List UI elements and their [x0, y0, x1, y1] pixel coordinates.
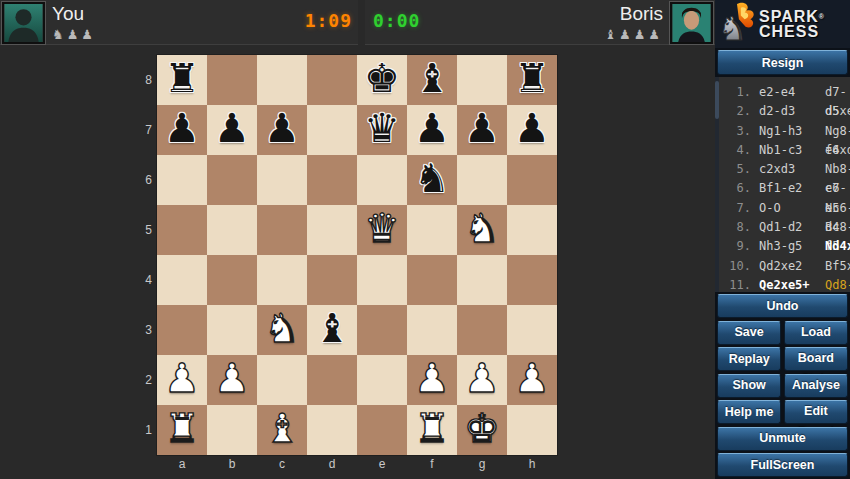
- square-b4[interactable]: [207, 255, 257, 305]
- file-label-d: d: [307, 455, 357, 475]
- square-g8[interactable]: [457, 55, 507, 105]
- show-coach-button[interactable]: Show Coach: [717, 374, 781, 398]
- square-e3[interactable]: [357, 305, 407, 355]
- move-list: 1.e2-e4d7-d52.d2-d3d5xe43.Ng1-h3Ng8-f64.…: [715, 77, 850, 292]
- white-clock: 1:09: [305, 10, 352, 31]
- piece-wK-g1: ♚: [457, 405, 507, 455]
- undo-button[interactable]: Undo: [717, 294, 848, 318]
- piece-wP-g2: ♟: [457, 355, 507, 405]
- square-a6[interactable]: [157, 155, 207, 205]
- piece-bR-a8: ♜: [157, 55, 207, 105]
- piece-wB-c1: ♝: [257, 405, 307, 455]
- black-move: e7-e5: [825, 179, 847, 198]
- black-move: e4xd3: [825, 141, 850, 160]
- square-c1[interactable]: ♝: [257, 405, 307, 455]
- square-d5[interactable]: [307, 205, 357, 255]
- square-f1[interactable]: ♜: [407, 405, 457, 455]
- move-number: 7.: [725, 199, 751, 218]
- black-captured-pieces: ♝♟♟♟: [604, 27, 663, 42]
- piece-wP-b2: ♟: [207, 355, 257, 405]
- square-b5[interactable]: [207, 205, 257, 255]
- square-g6[interactable]: [457, 155, 507, 205]
- file-label-b: b: [207, 455, 257, 475]
- black-move: Nb8-c6: [825, 160, 850, 179]
- white-move: O-O: [759, 199, 825, 218]
- square-c4[interactable]: [257, 255, 307, 305]
- avatar: [2, 2, 45, 44]
- white-player-name: You: [52, 3, 84, 25]
- file-labels: abcdefgh: [157, 455, 557, 475]
- square-a8[interactable]: ♜: [157, 55, 207, 105]
- replay-button[interactable]: Replay: [717, 347, 781, 371]
- rank-label-2: 2: [128, 355, 152, 405]
- white-move: Qd2xe2: [759, 257, 825, 276]
- boris-portrait-icon: [672, 4, 711, 42]
- square-g2[interactable]: ♟: [457, 355, 507, 405]
- move-number: 5.: [725, 160, 751, 179]
- move-row-10: 10.Qd2xe2Bf5xd3: [725, 257, 846, 276]
- white-move: Ng1-h3: [759, 122, 825, 141]
- move-number: 10.: [725, 257, 751, 276]
- black-move: Nd4xe2+: [825, 237, 850, 256]
- move-list-scrollbar[interactable]: [715, 77, 719, 292]
- square-e8[interactable]: ♚: [357, 55, 407, 105]
- piece-wQ-e5: ♛: [357, 205, 407, 255]
- square-a4[interactable]: [157, 255, 207, 305]
- square-c3[interactable]: ♞: [257, 305, 307, 355]
- sidebar-buttons: UndoSaveLoadReplayBoard StyleShow CoachA…: [715, 292, 850, 479]
- move-number: 3.: [725, 122, 751, 141]
- piece-bP-h7: ♟: [507, 105, 557, 155]
- move-row-4: 4.Nb1-c3e4xd3: [725, 141, 846, 160]
- square-c5[interactable]: [257, 205, 307, 255]
- rank-labels: 87654321: [128, 55, 152, 455]
- white-move: Nb1-c3: [759, 141, 825, 160]
- square-h5[interactable]: [507, 205, 557, 255]
- rank-label-8: 8: [128, 55, 152, 105]
- square-a5[interactable]: [157, 205, 207, 255]
- sidebar: ♞ SPARK® CHESS Resign 1.e2-e4d7-d52.d2-d…: [715, 0, 850, 479]
- black-clock: 0:00: [373, 10, 420, 31]
- move-row-8: 8.Qd1-d2Bc8-f5: [725, 218, 846, 237]
- black-move: Bc8-f5: [825, 218, 850, 237]
- square-e6[interactable]: [357, 155, 407, 205]
- sparkchess-logo: ♞ SPARK® CHESS: [715, 0, 850, 48]
- move-number: 2.: [725, 102, 751, 121]
- square-g4[interactable]: [457, 255, 507, 305]
- square-f7[interactable]: ♟: [407, 105, 457, 155]
- board-style-button[interactable]: Board Style: [784, 347, 848, 371]
- svg-text:♞: ♞: [718, 10, 747, 46]
- square-f5[interactable]: [407, 205, 457, 255]
- logo-text: SPARK® CHESS: [759, 9, 825, 39]
- piece-bP-g7: ♟: [457, 105, 507, 155]
- square-e1[interactable]: [357, 405, 407, 455]
- square-h7[interactable]: ♟: [507, 105, 557, 155]
- white-player-bar: You ♞♟♟ 1:09: [0, 0, 358, 45]
- piece-bB-d3: ♝: [307, 305, 357, 355]
- square-h6[interactable]: [507, 155, 557, 205]
- load-button[interactable]: Load: [784, 321, 848, 345]
- square-g1[interactable]: ♚: [457, 405, 507, 455]
- square-f2[interactable]: ♟: [407, 355, 457, 405]
- square-h3[interactable]: [507, 305, 557, 355]
- black-move: Bf5xd3: [825, 257, 850, 276]
- white-captured-pieces: ♞♟♟: [52, 27, 96, 42]
- rank-label-3: 3: [128, 305, 152, 355]
- square-g3[interactable]: [457, 305, 507, 355]
- file-label-a: a: [157, 455, 207, 475]
- square-d6[interactable]: [307, 155, 357, 205]
- square-d7[interactable]: [307, 105, 357, 155]
- save-button[interactable]: Save: [717, 321, 781, 345]
- file-label-c: c: [257, 455, 307, 475]
- square-c8[interactable]: [257, 55, 307, 105]
- move-number: 4.: [725, 141, 751, 160]
- white-move: Nh3-g5: [759, 237, 825, 256]
- square-b8[interactable]: [207, 55, 257, 105]
- square-f8[interactable]: ♝: [407, 55, 457, 105]
- piece-bP-f7: ♟: [407, 105, 457, 155]
- square-f3[interactable]: [407, 305, 457, 355]
- piece-wP-h2: ♟: [507, 355, 557, 405]
- white-move: c2xd3: [759, 160, 825, 179]
- boris-avatar: [670, 2, 713, 44]
- chess-board: ♜♚♝♜♟♟♟♛♟♟♟♞♛♞♞♝♟♟♟♟♟♜♝♜♚: [157, 55, 557, 455]
- piece-wN-c3: ♞: [257, 305, 307, 355]
- resign-button[interactable]: Resign: [717, 50, 848, 75]
- square-b1[interactable]: [207, 405, 257, 455]
- analyse-button[interactable]: Analyse: [784, 374, 848, 398]
- black-move: Nc6-d4: [825, 199, 850, 218]
- square-h1[interactable]: [507, 405, 557, 455]
- move-row-11: 11.Qe2xe5+Qd8-e7: [725, 276, 846, 292]
- white-move: Qe2xe5+: [759, 276, 825, 292]
- square-h2[interactable]: ♟: [507, 355, 557, 405]
- piece-bR-h8: ♜: [507, 55, 557, 105]
- square-c7[interactable]: ♟: [257, 105, 307, 155]
- move-row-9: 9.Nh3-g5Nd4xe2+: [725, 237, 846, 256]
- square-e4[interactable]: [357, 255, 407, 305]
- square-a2[interactable]: ♟: [157, 355, 207, 405]
- square-g7[interactable]: ♟: [457, 105, 507, 155]
- piece-bP-c7: ♟: [257, 105, 307, 155]
- move-row-3: 3.Ng1-h3Ng8-f6: [725, 122, 846, 141]
- rank-label-5: 5: [128, 205, 152, 255]
- file-label-f: f: [407, 455, 457, 475]
- square-c6[interactable]: [257, 155, 307, 205]
- piece-bP-b7: ♟: [207, 105, 257, 155]
- square-d8[interactable]: [307, 55, 357, 105]
- rank-label-7: 7: [128, 105, 152, 155]
- unmute-button[interactable]: Unmute: [717, 427, 848, 451]
- square-h8[interactable]: ♜: [507, 55, 557, 105]
- piece-bK-e8: ♚: [357, 55, 407, 105]
- flame-knight-icon: ♞: [716, 2, 758, 46]
- sparkchess-app: You ♞♟♟ 1:09 0:00 Boris ♝♟♟♟ 87654321 ab…: [0, 0, 850, 479]
- black-move: d7-d5: [825, 83, 847, 102]
- rank-label-6: 6: [128, 155, 152, 205]
- piece-wN-g5: ♞: [457, 205, 507, 255]
- piece-bB-f8: ♝: [407, 55, 457, 105]
- square-e5[interactable]: ♛: [357, 205, 407, 255]
- square-a7[interactable]: ♟: [157, 105, 207, 155]
- white-move: Qd1-d2: [759, 218, 825, 237]
- piece-bN-f6: ♞: [407, 155, 457, 205]
- black-player-bar: 0:00 Boris ♝♟♟♟: [365, 0, 715, 45]
- help-me-button[interactable]: Help me: [717, 400, 781, 424]
- move-number: 8.: [725, 218, 751, 237]
- square-f4[interactable]: [407, 255, 457, 305]
- piece-wR-a1: ♜: [157, 405, 207, 455]
- square-d2[interactable]: [307, 355, 357, 405]
- black-move: d5xe4: [825, 102, 850, 121]
- square-d1[interactable]: [307, 405, 357, 455]
- square-b2[interactable]: ♟: [207, 355, 257, 405]
- square-c2[interactable]: [257, 355, 307, 405]
- square-a1[interactable]: ♜: [157, 405, 207, 455]
- square-a3[interactable]: [157, 305, 207, 355]
- rank-label-4: 4: [128, 255, 152, 305]
- rank-label-1: 1: [128, 405, 152, 455]
- white-move: Bf1-e2: [759, 179, 825, 198]
- move-row-1: 1.e2-e4d7-d5: [725, 83, 846, 102]
- default-avatar-icon: [4, 4, 43, 42]
- black-move: Ng8-f6: [825, 122, 850, 141]
- file-label-e: e: [357, 455, 407, 475]
- file-label-g: g: [457, 455, 507, 475]
- square-f6[interactable]: ♞: [407, 155, 457, 205]
- black-move: Qd8-e7: [825, 276, 850, 292]
- move-row-7: 7.O-ONc6-d4: [725, 199, 846, 218]
- piece-bQ-e7: ♛: [357, 105, 407, 155]
- fullscreen-button[interactable]: FullScreen: [717, 453, 848, 477]
- move-row-6: 6.Bf1-e2e7-e5: [725, 179, 846, 198]
- edit-board-button[interactable]: Edit Board: [784, 400, 848, 424]
- black-player-name: Boris: [620, 3, 663, 25]
- move-number: 1.: [725, 83, 751, 102]
- square-g5[interactable]: ♞: [457, 205, 507, 255]
- white-move: d2-d3: [759, 102, 825, 121]
- move-number: 11.: [725, 276, 751, 292]
- move-row-5: 5.c2xd3Nb8-c6: [725, 160, 846, 179]
- move-row-2: 2.d2-d3d5xe4: [725, 102, 846, 121]
- square-e2[interactable]: [357, 355, 407, 405]
- move-number: 6.: [725, 179, 751, 198]
- square-e7[interactable]: ♛: [357, 105, 407, 155]
- square-d3[interactable]: ♝: [307, 305, 357, 355]
- white-move: e2-e4: [759, 83, 825, 102]
- square-b6[interactable]: [207, 155, 257, 205]
- piece-wP-f2: ♟: [407, 355, 457, 405]
- square-b7[interactable]: ♟: [207, 105, 257, 155]
- square-d4[interactable]: [307, 255, 357, 305]
- piece-bP-a7: ♟: [157, 105, 207, 155]
- move-number: 9.: [725, 237, 751, 256]
- square-b3[interactable]: [207, 305, 257, 355]
- square-h4[interactable]: [507, 255, 557, 305]
- piece-wP-a2: ♟: [157, 355, 207, 405]
- piece-wR-f1: ♜: [407, 405, 457, 455]
- file-label-h: h: [507, 455, 557, 475]
